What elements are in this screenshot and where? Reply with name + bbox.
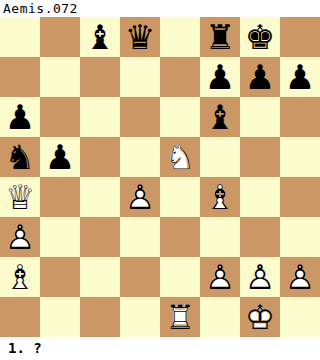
piece-fill: ♟	[240, 57, 280, 97]
white-pawn: ♟♙	[120, 177, 160, 217]
piece-outline: ♙	[0, 217, 40, 257]
black-pawn: ♟	[0, 97, 40, 137]
square-b5[interactable]: ♟	[40, 137, 80, 177]
square-a3[interactable]: ♟♙	[0, 217, 40, 257]
square-c6[interactable]	[80, 97, 120, 137]
square-b8[interactable]	[40, 17, 80, 57]
move-prompt: 1. ?	[0, 337, 320, 360]
square-d2[interactable]	[120, 257, 160, 297]
square-g6[interactable]	[240, 97, 280, 137]
square-g5[interactable]	[240, 137, 280, 177]
square-b2[interactable]	[40, 257, 80, 297]
square-d7[interactable]	[120, 57, 160, 97]
square-e7[interactable]	[160, 57, 200, 97]
square-e6[interactable]	[160, 97, 200, 137]
piece-fill: ♝	[80, 17, 120, 57]
square-d4[interactable]: ♟♙	[120, 177, 160, 217]
square-f5[interactable]	[200, 137, 240, 177]
square-f3[interactable]	[200, 217, 240, 257]
square-e8[interactable]	[160, 17, 200, 57]
square-d8[interactable]: ♛	[120, 17, 160, 57]
black-king: ♚	[240, 17, 280, 57]
square-e4[interactable]	[160, 177, 200, 217]
square-c3[interactable]	[80, 217, 120, 257]
black-rook: ♜	[200, 17, 240, 57]
square-f2[interactable]: ♟♙	[200, 257, 240, 297]
piece-outline: ♙	[200, 257, 240, 297]
square-d1[interactable]	[120, 297, 160, 337]
white-rook: ♜♖	[160, 297, 200, 337]
piece-fill: ♛	[120, 17, 160, 57]
piece-outline: ♙	[240, 257, 280, 297]
square-h2[interactable]: ♟♙	[280, 257, 320, 297]
square-a2[interactable]: ♝♗	[0, 257, 40, 297]
square-d6[interactable]	[120, 97, 160, 137]
puzzle-title: Aemis.072	[0, 0, 320, 17]
black-queen: ♛	[120, 17, 160, 57]
square-e2[interactable]	[160, 257, 200, 297]
black-bishop: ♝	[80, 17, 120, 57]
square-g8[interactable]: ♚	[240, 17, 280, 57]
white-knight: ♞♘	[160, 137, 200, 177]
piece-outline: ♕	[0, 177, 40, 217]
square-g4[interactable]	[240, 177, 280, 217]
square-b7[interactable]	[40, 57, 80, 97]
piece-outline: ♔	[240, 297, 280, 337]
square-h6[interactable]	[280, 97, 320, 137]
square-a4[interactable]: ♛♕	[0, 177, 40, 217]
black-bishop: ♝	[200, 97, 240, 137]
square-f1[interactable]	[200, 297, 240, 337]
square-d3[interactable]	[120, 217, 160, 257]
square-g2[interactable]: ♟♙	[240, 257, 280, 297]
square-g1[interactable]: ♚♔	[240, 297, 280, 337]
square-e1[interactable]: ♜♖	[160, 297, 200, 337]
square-a8[interactable]	[0, 17, 40, 57]
white-bishop: ♝♗	[0, 257, 40, 297]
square-c5[interactable]	[80, 137, 120, 177]
square-a7[interactable]	[0, 57, 40, 97]
square-a1[interactable]	[0, 297, 40, 337]
white-pawn: ♟♙	[0, 217, 40, 257]
white-pawn: ♟♙	[200, 257, 240, 297]
square-h7[interactable]: ♟	[280, 57, 320, 97]
piece-fill: ♜	[200, 17, 240, 57]
square-d5[interactable]	[120, 137, 160, 177]
piece-fill: ♟	[280, 57, 320, 97]
piece-outline: ♘	[160, 137, 200, 177]
square-b6[interactable]	[40, 97, 80, 137]
piece-outline: ♗	[200, 177, 240, 217]
piece-fill: ♟	[200, 57, 240, 97]
white-king: ♚♔	[240, 297, 280, 337]
square-c1[interactable]	[80, 297, 120, 337]
square-h8[interactable]	[280, 17, 320, 57]
piece-fill: ♟	[40, 137, 80, 177]
square-c8[interactable]: ♝	[80, 17, 120, 57]
square-h1[interactable]	[280, 297, 320, 337]
square-h3[interactable]	[280, 217, 320, 257]
square-g7[interactable]: ♟	[240, 57, 280, 97]
chess-puzzle-window: Aemis.072 ♝♛♜♚♟♟♟♟♝♞♟♞♘♛♕♟♙♝♗♟♙♝♗♟♙♟♙♟♙♜…	[0, 0, 320, 360]
square-f6[interactable]: ♝	[200, 97, 240, 137]
square-c4[interactable]	[80, 177, 120, 217]
square-h5[interactable]	[280, 137, 320, 177]
square-b1[interactable]	[40, 297, 80, 337]
square-c2[interactable]	[80, 257, 120, 297]
piece-fill: ♞	[0, 137, 40, 177]
square-e5[interactable]: ♞♘	[160, 137, 200, 177]
piece-outline: ♙	[120, 177, 160, 217]
white-queen: ♛♕	[0, 177, 40, 217]
black-pawn: ♟	[280, 57, 320, 97]
piece-fill: ♝	[200, 97, 240, 137]
black-pawn: ♟	[40, 137, 80, 177]
piece-fill: ♚	[240, 17, 280, 57]
chess-board: ♝♛♜♚♟♟♟♟♝♞♟♞♘♛♕♟♙♝♗♟♙♝♗♟♙♟♙♟♙♜♖♚♔	[0, 17, 320, 337]
square-c7[interactable]	[80, 57, 120, 97]
square-f7[interactable]: ♟	[200, 57, 240, 97]
square-f4[interactable]: ♝♗	[200, 177, 240, 217]
piece-outline: ♙	[280, 257, 320, 297]
square-b3[interactable]	[40, 217, 80, 257]
black-pawn: ♟	[240, 57, 280, 97]
piece-outline: ♗	[0, 257, 40, 297]
square-a6[interactable]: ♟	[0, 97, 40, 137]
square-g3[interactable]	[240, 217, 280, 257]
black-knight: ♞	[0, 137, 40, 177]
white-bishop: ♝♗	[200, 177, 240, 217]
square-a5[interactable]: ♞	[0, 137, 40, 177]
square-h4[interactable]	[280, 177, 320, 217]
square-e3[interactable]	[160, 217, 200, 257]
white-pawn: ♟♙	[280, 257, 320, 297]
piece-fill: ♟	[0, 97, 40, 137]
square-f8[interactable]: ♜	[200, 17, 240, 57]
white-pawn: ♟♙	[240, 257, 280, 297]
piece-outline: ♖	[160, 297, 200, 337]
square-b4[interactable]	[40, 177, 80, 217]
black-pawn: ♟	[200, 57, 240, 97]
